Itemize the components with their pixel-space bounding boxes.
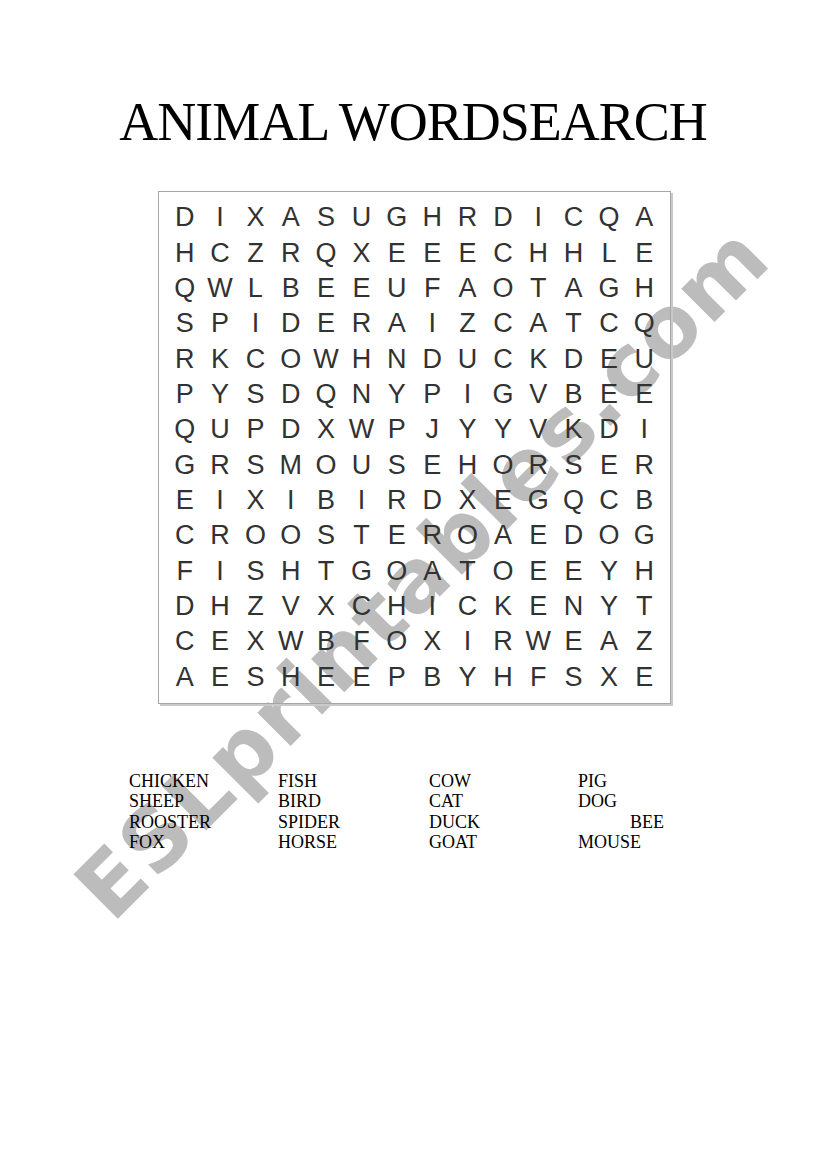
grid-cell: S xyxy=(556,448,591,483)
grid-cell: E xyxy=(521,589,556,624)
grid-cell: W xyxy=(273,624,308,659)
grid-cell: T xyxy=(344,518,379,553)
grid-cell: P xyxy=(167,377,202,412)
grid-cell: W xyxy=(344,412,379,447)
grid-cell: X xyxy=(450,483,485,518)
grid-cell: H xyxy=(273,554,308,589)
grid-cell: C xyxy=(450,589,485,624)
grid-cell: O xyxy=(273,341,308,376)
grid-cell: X xyxy=(591,660,626,695)
grid-cell: O xyxy=(379,624,414,659)
grid-cell: E xyxy=(591,377,626,412)
grid-cell: B xyxy=(627,483,662,518)
word-list: CHICKENFISHCOWPIGSHEEPBIRDCATDOGROOSTERS… xyxy=(129,771,748,853)
wordsearch-grid: DIXASUGHRDICQAHCZRQXEEECHHLEQWLBEEUFAOTA… xyxy=(158,191,671,704)
grid-cell: F xyxy=(344,624,379,659)
grid-cell: L xyxy=(238,271,273,306)
grid-cell: O xyxy=(591,518,626,553)
grid-cell: Q xyxy=(167,271,202,306)
grid-cell: X xyxy=(238,200,273,235)
grid-cell: X xyxy=(308,412,343,447)
grid-cell: Y xyxy=(591,589,626,624)
grid-cell: G xyxy=(167,448,202,483)
grid-cell: A xyxy=(485,518,520,553)
grid-cell: D xyxy=(556,341,591,376)
grid-cell: I xyxy=(202,200,237,235)
grid-cell: P xyxy=(379,660,414,695)
grid-cell: K xyxy=(556,412,591,447)
grid-cell: E xyxy=(308,306,343,341)
grid-cell: C xyxy=(167,624,202,659)
word-item: BEE xyxy=(578,812,748,832)
grid-cell: O xyxy=(308,448,343,483)
grid-cell: C xyxy=(485,341,520,376)
grid-cell: R xyxy=(379,483,414,518)
grid-cell: U xyxy=(202,412,237,447)
grid-cell: B xyxy=(308,483,343,518)
grid-cell: D xyxy=(415,341,450,376)
grid-cell: I xyxy=(521,200,556,235)
grid-cell: H xyxy=(273,660,308,695)
grid-cell: X xyxy=(415,624,450,659)
grid-cell: Q xyxy=(167,412,202,447)
grid-cell: Z xyxy=(627,624,662,659)
grid-cell: C xyxy=(591,306,626,341)
word-item: CAT xyxy=(429,791,578,811)
grid-cell: S xyxy=(308,518,343,553)
grid-cell: X xyxy=(308,589,343,624)
grid-cell: E xyxy=(415,448,450,483)
grid-cell: X xyxy=(344,235,379,270)
grid-cell: E xyxy=(591,341,626,376)
word-item: SHEEP xyxy=(129,791,278,811)
grid-cell: A xyxy=(591,624,626,659)
grid-cell: D xyxy=(556,518,591,553)
grid-cell: N xyxy=(379,341,414,376)
grid-cell: F xyxy=(521,660,556,695)
grid-cell: E xyxy=(379,235,414,270)
grid-cell: A xyxy=(379,306,414,341)
grid-cell: E xyxy=(627,235,662,270)
grid-cell: B xyxy=(308,624,343,659)
grid-cell: D xyxy=(167,589,202,624)
grid-cell: R xyxy=(450,200,485,235)
grid-cell: C xyxy=(591,483,626,518)
grid-cell: O xyxy=(238,518,273,553)
grid-cell: A xyxy=(521,306,556,341)
grid-cell: U xyxy=(379,271,414,306)
grid-cell: R xyxy=(627,448,662,483)
grid-cell: G xyxy=(485,377,520,412)
grid-cell: U xyxy=(344,200,379,235)
grid-cell: E xyxy=(344,660,379,695)
grid-cell: Q xyxy=(591,200,626,235)
grid-cell: H xyxy=(167,235,202,270)
word-item: HORSE xyxy=(278,832,429,852)
grid-cell: C xyxy=(167,518,202,553)
grid-cell: P xyxy=(238,412,273,447)
grid-cell: E xyxy=(485,483,520,518)
grid-cell: E xyxy=(556,624,591,659)
grid-cell: I xyxy=(415,589,450,624)
grid-cell: T xyxy=(450,554,485,589)
grid-cell: C xyxy=(202,235,237,270)
grid-cell: D xyxy=(591,412,626,447)
grid-cell: V xyxy=(273,589,308,624)
grid-cell: C xyxy=(556,200,591,235)
grid-cell: O xyxy=(273,518,308,553)
grid-cell: F xyxy=(415,271,450,306)
grid-cell: E xyxy=(627,660,662,695)
grid-cell: E xyxy=(450,235,485,270)
grid-cell: R xyxy=(415,518,450,553)
grid-cell: A xyxy=(450,271,485,306)
grid-cell: P xyxy=(202,306,237,341)
grid-cell: G xyxy=(379,200,414,235)
grid-cell: O xyxy=(379,554,414,589)
grid-cell: R xyxy=(521,448,556,483)
grid-cell: U xyxy=(344,448,379,483)
grid-cell: I xyxy=(627,412,662,447)
grid-cell: O xyxy=(450,518,485,553)
grid-cell: H xyxy=(627,554,662,589)
grid-cell: E xyxy=(202,624,237,659)
grid-cell: D xyxy=(167,200,202,235)
grid-cell: D xyxy=(273,377,308,412)
grid-cell: I xyxy=(415,306,450,341)
grid-cell: E xyxy=(167,483,202,518)
word-item: FISH xyxy=(278,771,429,791)
grid-cell: U xyxy=(627,341,662,376)
grid-cell: H xyxy=(379,589,414,624)
grid-cell: H xyxy=(627,271,662,306)
grid-cell: P xyxy=(379,412,414,447)
grid-cell: S xyxy=(238,660,273,695)
grid-cell: E xyxy=(415,235,450,270)
grid-cell: R xyxy=(202,448,237,483)
grid-cell: O xyxy=(485,271,520,306)
grid-cell: N xyxy=(556,589,591,624)
grid-cell: O xyxy=(485,554,520,589)
grid-cell: Q xyxy=(627,306,662,341)
grid-cell: V xyxy=(521,412,556,447)
worksheet-page: ESLprintables.com ANIMAL WORDSEARCH DIXA… xyxy=(0,0,826,1169)
grid-cell: E xyxy=(308,271,343,306)
grid-cell: H xyxy=(202,589,237,624)
grid-cell: E xyxy=(308,660,343,695)
grid-cell: B xyxy=(556,377,591,412)
grid-cell: A xyxy=(167,660,202,695)
grid-cell: E xyxy=(591,448,626,483)
word-item: DUCK xyxy=(429,812,578,832)
grid-cell: X xyxy=(238,624,273,659)
grid-cell: Y xyxy=(450,660,485,695)
grid-cell: T xyxy=(308,554,343,589)
grid-cell: X xyxy=(238,483,273,518)
grid-cell: O xyxy=(485,448,520,483)
grid-cell: B xyxy=(273,271,308,306)
grid-cell: H xyxy=(485,660,520,695)
grid-cell: E xyxy=(379,518,414,553)
grid-cell: S xyxy=(238,377,273,412)
grid-cell: Z xyxy=(238,589,273,624)
grid-cell: Y xyxy=(379,377,414,412)
grid-cell: W xyxy=(308,341,343,376)
grid-cell: S xyxy=(238,554,273,589)
grid-cell: N xyxy=(344,377,379,412)
grid-cell: W xyxy=(202,271,237,306)
grid-cell: S xyxy=(238,448,273,483)
grid-cell: D xyxy=(415,483,450,518)
grid-cell: G xyxy=(521,483,556,518)
grid-cell: R xyxy=(273,235,308,270)
grid-cell: S xyxy=(379,448,414,483)
grid-cell: G xyxy=(627,518,662,553)
grid-cell: S xyxy=(167,306,202,341)
grid-cell: V xyxy=(521,377,556,412)
grid-cell: R xyxy=(344,306,379,341)
word-item: CHICKEN xyxy=(129,771,278,791)
grid-cell: G xyxy=(344,554,379,589)
grid-cell: Y xyxy=(202,377,237,412)
grid-cell: T xyxy=(627,589,662,624)
grid-cell: I xyxy=(273,483,308,518)
grid-cell: W xyxy=(521,624,556,659)
word-item: MOUSE xyxy=(578,832,748,852)
grid-cell: K xyxy=(521,341,556,376)
word-item: FOX xyxy=(129,832,278,852)
grid-cell: B xyxy=(415,660,450,695)
grid-cell: Y xyxy=(450,412,485,447)
grid-cell: H xyxy=(344,341,379,376)
grid-cell: H xyxy=(415,200,450,235)
word-item: GOAT xyxy=(429,832,578,852)
grid-cell: K xyxy=(485,589,520,624)
grid-cell: Y xyxy=(485,412,520,447)
grid-cell: F xyxy=(167,554,202,589)
grid-cell: R xyxy=(167,341,202,376)
word-item: SPIDER xyxy=(278,812,429,832)
grid-cell: C xyxy=(238,341,273,376)
word-item: BIRD xyxy=(278,791,429,811)
grid-cell: H xyxy=(450,448,485,483)
grid-cell: Z xyxy=(450,306,485,341)
grid-cell: L xyxy=(591,235,626,270)
grid-cell: Y xyxy=(591,554,626,589)
grid-cell: I xyxy=(450,377,485,412)
grid-cell: E xyxy=(521,554,556,589)
word-item: COW xyxy=(429,771,578,791)
grid-cell: E xyxy=(202,660,237,695)
grid-cell: S xyxy=(556,660,591,695)
grid-cell: R xyxy=(485,624,520,659)
grid-cell: I xyxy=(202,554,237,589)
grid-cell: R xyxy=(202,518,237,553)
grid-cell: G xyxy=(591,271,626,306)
grid-cell: E xyxy=(627,377,662,412)
grid-cell: D xyxy=(485,200,520,235)
grid-cell: Q xyxy=(308,377,343,412)
grid-cell: D xyxy=(273,412,308,447)
grid-cell: D xyxy=(273,306,308,341)
grid-cell: Q xyxy=(556,483,591,518)
grid-cell: E xyxy=(344,271,379,306)
grid-cell: K xyxy=(202,341,237,376)
grid-cell: U xyxy=(450,341,485,376)
grid-cell: P xyxy=(415,377,450,412)
grid-cell: I xyxy=(344,483,379,518)
grid-cell: E xyxy=(521,518,556,553)
grid-cell: S xyxy=(308,200,343,235)
grid-cell: A xyxy=(273,200,308,235)
page-title: ANIMAL WORDSEARCH xyxy=(0,91,826,153)
grid-cell: H xyxy=(521,235,556,270)
grid-cell: C xyxy=(485,306,520,341)
grid-cell: A xyxy=(415,554,450,589)
grid-cell: M xyxy=(273,448,308,483)
grid-cell: E xyxy=(556,554,591,589)
grid-cell: Z xyxy=(238,235,273,270)
grid-cell: T xyxy=(556,306,591,341)
grid-cell: A xyxy=(556,271,591,306)
word-item: PIG xyxy=(578,771,748,791)
word-item: DOG xyxy=(578,791,748,811)
grid-cell: I xyxy=(202,483,237,518)
grid-cell: C xyxy=(485,235,520,270)
grid-cell: C xyxy=(344,589,379,624)
grid-cell: A xyxy=(627,200,662,235)
grid-cell: H xyxy=(556,235,591,270)
word-item: ROOSTER xyxy=(129,812,278,832)
grid-cell: Q xyxy=(308,235,343,270)
grid-cell: J xyxy=(415,412,450,447)
grid-cell: I xyxy=(238,306,273,341)
grid-cell: T xyxy=(521,271,556,306)
grid-cell: I xyxy=(450,624,485,659)
